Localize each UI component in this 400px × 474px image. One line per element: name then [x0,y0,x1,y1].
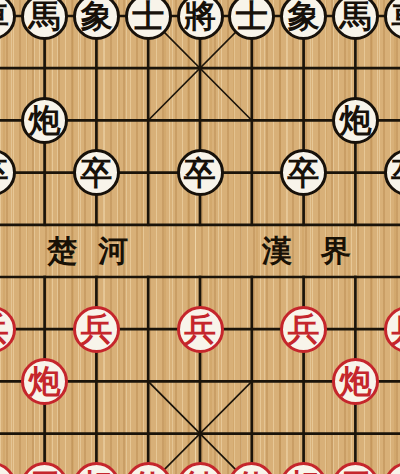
piece-glyph: 卒 [80,157,112,189]
piece-glyph: 車 [391,0,400,32]
piece-glyph: 帥 [184,470,216,474]
piece-black-soldier[interactable]: 卒 [73,149,120,196]
piece-glyph: 炮 [29,104,61,136]
piece-red-cannon[interactable]: 炮 [332,358,379,405]
piece-black-general[interactable]: 將 [177,0,224,40]
piece-red-soldier[interactable]: 兵 [280,306,327,353]
piece-glyph: 馬 [29,0,61,32]
piece-glyph: 馬 [339,470,371,474]
piece-red-soldier[interactable]: 兵 [73,306,120,353]
piece-glyph: 兵 [80,313,112,345]
piece-black-cannon[interactable]: 炮 [332,97,379,144]
river-label-jie: 界 [319,236,353,266]
piece-black-soldier[interactable]: 卒 [280,149,327,196]
piece-glyph: 相 [80,470,112,474]
piece-glyph: 卒 [0,157,9,189]
piece-glyph: 仕 [236,470,268,474]
piece-red-cannon[interactable]: 炮 [21,358,68,405]
piece-glyph: 炮 [339,104,371,136]
piece-glyph: 炮 [339,365,371,397]
piece-glyph: 車 [391,470,400,474]
piece-glyph: 馬 [29,470,61,474]
piece-glyph: 車 [0,470,9,474]
piece-black-cannon[interactable]: 炮 [21,97,68,144]
piece-black-soldier[interactable]: 卒 [177,149,224,196]
piece-glyph: 車 [0,0,9,32]
piece-glyph: 象 [288,0,320,32]
piece-glyph: 卒 [184,157,216,189]
piece-glyph: 將 [184,0,216,32]
piece-glyph: 象 [80,0,112,32]
piece-glyph: 相 [288,470,320,474]
river-label-han: 漢 [260,236,294,266]
piece-black-advisor[interactable]: 士 [125,0,172,40]
piece-glyph: 仕 [132,470,164,474]
piece-red-soldier[interactable]: 兵 [177,306,224,353]
river-label-chu: 楚 [45,236,79,266]
piece-glyph: 馬 [339,0,371,32]
piece-glyph: 卒 [288,157,320,189]
xiangqi-board[interactable]: 楚 河 漢 界 車馬象士將士象馬車炮炮卒卒卒卒卒兵兵兵兵兵炮炮車馬相仕帥仕相馬車 [0,0,400,474]
piece-glyph: 兵 [391,313,400,345]
piece-glyph: 士 [236,0,268,32]
piece-glyph: 卒 [391,157,400,189]
piece-glyph: 兵 [0,313,9,345]
piece-glyph: 炮 [29,365,61,397]
piece-glyph: 兵 [288,313,320,345]
river-label-he: 河 [96,236,130,266]
piece-glyph: 士 [132,0,164,32]
piece-glyph: 兵 [184,313,216,345]
